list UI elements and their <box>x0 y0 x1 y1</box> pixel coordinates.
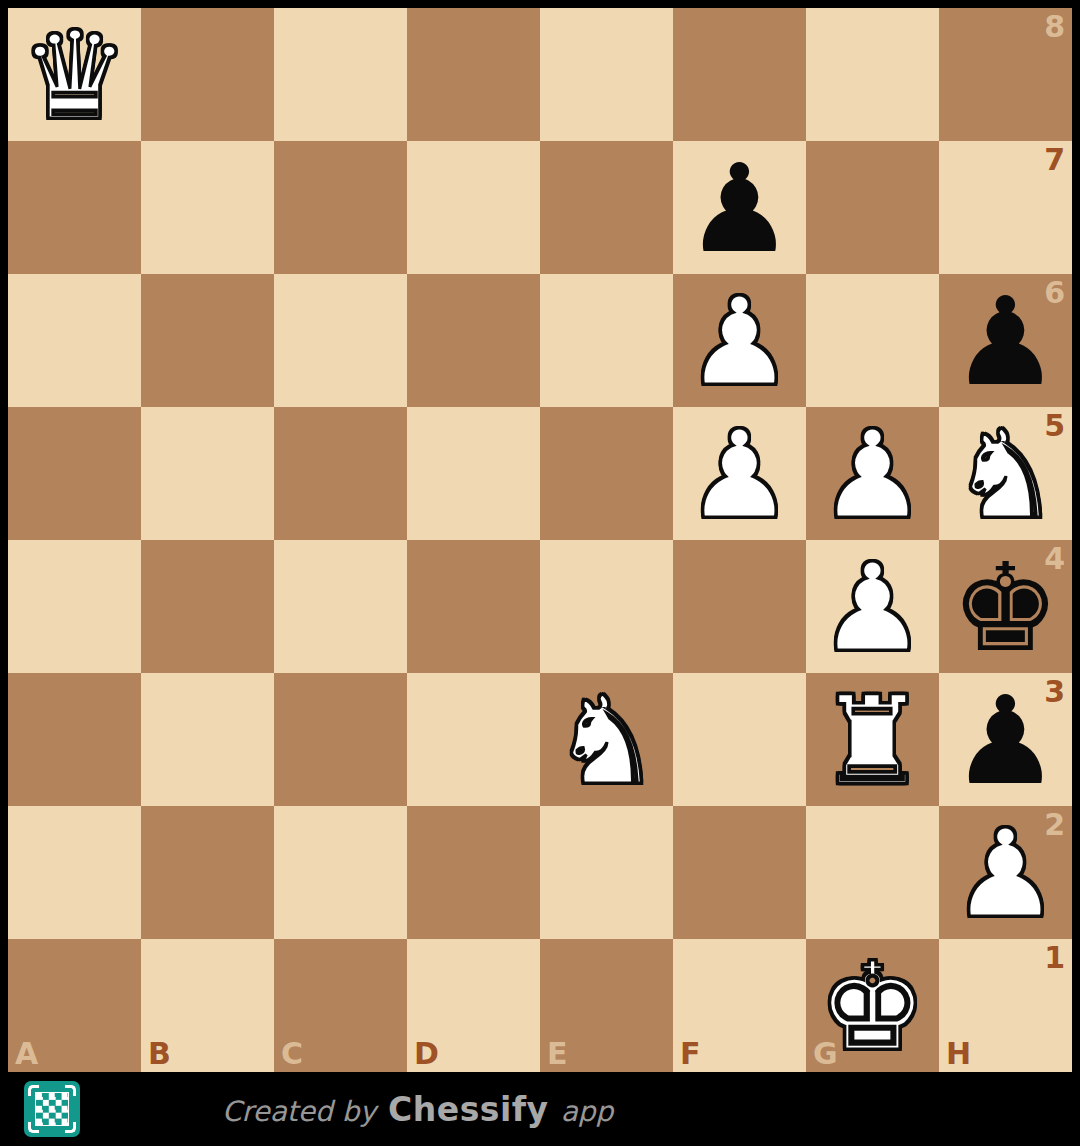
square-d3[interactable] <box>407 673 540 806</box>
square-a1[interactable]: A <box>8 939 141 1072</box>
square-h3[interactable]: ♟3 <box>939 673 1072 806</box>
logo-board-icon <box>35 1092 69 1126</box>
square-a7[interactable] <box>8 141 141 274</box>
rank-label-7: 7 <box>1044 145 1065 175</box>
square-f7[interactable]: ♟ <box>673 141 806 274</box>
square-a2[interactable] <box>8 806 141 939</box>
square-g4[interactable]: ♟ <box>806 540 939 673</box>
square-d4[interactable] <box>407 540 540 673</box>
rank-label-2: 2 <box>1044 810 1065 840</box>
rank-label-6: 6 <box>1044 278 1065 308</box>
square-h5[interactable]: ♞5 <box>939 407 1072 540</box>
square-a5[interactable] <box>8 407 141 540</box>
square-g3[interactable]: ♜ <box>806 673 939 806</box>
square-g5[interactable]: ♟ <box>806 407 939 540</box>
square-c8[interactable] <box>274 8 407 141</box>
file-label-e: E <box>547 1039 568 1069</box>
footer: Created by Chessify app <box>0 1072 1080 1146</box>
square-a3[interactable] <box>8 673 141 806</box>
square-b6[interactable] <box>141 274 274 407</box>
square-c5[interactable] <box>274 407 407 540</box>
square-e5[interactable] <box>540 407 673 540</box>
piece-white-queen: ♛ <box>20 10 129 143</box>
square-a8[interactable]: ♛ <box>8 8 141 141</box>
logo-checkerboard-icon <box>36 1093 68 1125</box>
square-e8[interactable] <box>540 8 673 141</box>
square-g8[interactable] <box>806 8 939 141</box>
square-f1[interactable]: F <box>673 939 806 1072</box>
piece-white-knight: ♞ <box>552 675 661 808</box>
square-e2[interactable] <box>540 806 673 939</box>
square-h4[interactable]: ♚4 <box>939 540 1072 673</box>
square-f8[interactable] <box>673 8 806 141</box>
app-suffix-text: app <box>561 1095 614 1128</box>
square-c1[interactable]: C <box>274 939 407 1072</box>
created-by-text: Created by <box>222 1095 376 1128</box>
square-c3[interactable] <box>274 673 407 806</box>
square-d5[interactable] <box>407 407 540 540</box>
file-label-b: B <box>148 1039 171 1069</box>
square-d8[interactable] <box>407 8 540 141</box>
square-e1[interactable]: E <box>540 939 673 1072</box>
rank-label-3: 3 <box>1044 677 1065 707</box>
rank-label-8: 8 <box>1044 12 1065 42</box>
square-b3[interactable] <box>141 673 274 806</box>
square-b4[interactable] <box>141 540 274 673</box>
square-a6[interactable] <box>8 274 141 407</box>
square-f5[interactable]: ♟ <box>673 407 806 540</box>
square-f3[interactable] <box>673 673 806 806</box>
square-d7[interactable] <box>407 141 540 274</box>
rank-label-5: 5 <box>1044 411 1065 441</box>
square-a4[interactable] <box>8 540 141 673</box>
rank-label-4: 4 <box>1044 544 1065 574</box>
brand-name: Chessify <box>388 1090 549 1129</box>
square-d6[interactable] <box>407 274 540 407</box>
piece-white-rook: ♜ <box>818 675 927 808</box>
square-f6[interactable]: ♟ <box>673 274 806 407</box>
square-e4[interactable] <box>540 540 673 673</box>
square-h8[interactable]: 8 <box>939 8 1072 141</box>
square-f2[interactable] <box>673 806 806 939</box>
square-e6[interactable] <box>540 274 673 407</box>
square-c7[interactable] <box>274 141 407 274</box>
chessify-logo-icon <box>24 1081 80 1137</box>
square-c6[interactable] <box>274 274 407 407</box>
square-b5[interactable] <box>141 407 274 540</box>
rank-label-1: 1 <box>1044 943 1065 973</box>
square-h2[interactable]: ♟2 <box>939 806 1072 939</box>
square-b2[interactable] <box>141 806 274 939</box>
square-g6[interactable] <box>806 274 939 407</box>
file-label-f: F <box>680 1039 701 1069</box>
file-label-h: H <box>946 1039 971 1069</box>
square-g2[interactable] <box>806 806 939 939</box>
piece-white-pawn: ♟ <box>818 409 927 542</box>
square-b1[interactable]: B <box>141 939 274 1072</box>
file-label-a: A <box>15 1039 38 1069</box>
chess-board: ♛8♟7♟♟6♟♟♞5♟♚4♞♜♟3♟2ABCDEF♚G1H <box>8 8 1072 1072</box>
square-g7[interactable] <box>806 141 939 274</box>
file-label-d: D <box>414 1039 439 1069</box>
square-e7[interactable] <box>540 141 673 274</box>
square-h1[interactable]: 1H <box>939 939 1072 1072</box>
square-b7[interactable] <box>141 141 274 274</box>
piece-white-pawn: ♟ <box>685 409 794 542</box>
square-h6[interactable]: ♟6 <box>939 274 1072 407</box>
piece-white-pawn: ♟ <box>818 542 927 675</box>
piece-white-pawn: ♟ <box>685 276 794 409</box>
square-c2[interactable] <box>274 806 407 939</box>
square-e3[interactable]: ♞ <box>540 673 673 806</box>
square-d2[interactable] <box>407 806 540 939</box>
square-g1[interactable]: ♚G <box>806 939 939 1072</box>
square-d1[interactable]: D <box>407 939 540 1072</box>
credit-line: Created by Chessify app <box>222 1090 613 1129</box>
square-f4[interactable] <box>673 540 806 673</box>
square-c4[interactable] <box>274 540 407 673</box>
square-b8[interactable] <box>141 8 274 141</box>
square-h7[interactable]: 7 <box>939 141 1072 274</box>
file-label-g: G <box>813 1039 838 1069</box>
piece-black-pawn: ♟ <box>685 143 794 276</box>
file-label-c: C <box>281 1039 303 1069</box>
